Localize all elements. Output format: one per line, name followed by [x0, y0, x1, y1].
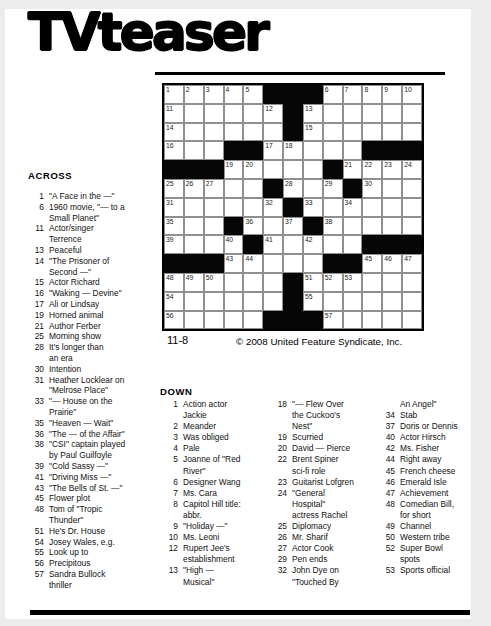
grid-cell[interactable]: 22: [362, 160, 382, 179]
cell-number: 20: [245, 161, 253, 169]
grid-cell[interactable]: [343, 104, 363, 123]
grid-cell[interactable]: 57: [323, 311, 343, 330]
grid-cell[interactable]: [243, 311, 263, 330]
grid-cell[interactable]: [263, 160, 283, 179]
grid-cell[interactable]: 56: [164, 311, 184, 330]
cell-number: 55: [305, 293, 313, 301]
grid-cell[interactable]: [402, 311, 422, 330]
black-cell: [362, 141, 382, 160]
grid-cell[interactable]: [343, 311, 363, 330]
clue-number: 23: [267, 477, 287, 488]
grid-cell[interactable]: 19: [224, 160, 244, 179]
grid-cell[interactable]: 12: [263, 104, 283, 123]
clue-number: 19: [28, 310, 44, 321]
grid-cell[interactable]: 37: [283, 217, 303, 236]
grid-cell[interactable]: 8: [362, 85, 382, 104]
grid-cell[interactable]: [224, 123, 244, 142]
grid-cell[interactable]: [283, 235, 303, 254]
clue-text: "Waking — Devine": [49, 288, 122, 299]
grid-cell[interactable]: 2: [184, 85, 204, 104]
clue-text: Ms. Fisher: [400, 443, 439, 454]
grid-cell[interactable]: [283, 160, 303, 179]
clue-item: 20David — Pierce: [267, 443, 377, 454]
cell-number: 9: [384, 86, 388, 94]
grid-cell[interactable]: [402, 217, 422, 236]
clue-number: 5: [163, 454, 178, 465]
grid-cell[interactable]: 51: [303, 273, 323, 292]
grid-cell[interactable]: 17: [263, 141, 283, 160]
clue-item: 7Ms. Cara: [163, 488, 275, 499]
clue-text: Actor Richard: [49, 277, 100, 288]
grid-cell[interactable]: 35: [164, 217, 184, 236]
grid-cell[interactable]: [184, 104, 204, 123]
grid-cell[interactable]: [343, 235, 363, 254]
grid-cell[interactable]: 3: [204, 85, 224, 104]
grid-cell[interactable]: 21: [343, 160, 363, 179]
clue-text: Author Ferber: [49, 321, 101, 332]
clue-item: 17Ali or Lindsay: [28, 299, 156, 310]
grid-cell[interactable]: 29: [323, 179, 343, 198]
grid-cell[interactable]: [243, 292, 263, 311]
clue-item: 30Intention: [28, 364, 156, 375]
grid-cell[interactable]: [243, 273, 263, 292]
grid-cell[interactable]: [204, 141, 224, 160]
clue-number: 45: [375, 466, 395, 477]
cell-number: 36: [245, 218, 253, 226]
clue-number: 35: [28, 418, 44, 429]
grid-cell[interactable]: 40: [224, 235, 244, 254]
cell-number: 33: [305, 199, 313, 207]
grid-cell[interactable]: 33: [303, 198, 323, 217]
clue-item: 46Emerald Isle: [375, 477, 479, 488]
clue-text: French cheese: [400, 466, 455, 477]
cell-number: 57: [325, 312, 333, 320]
cell-number: 10: [404, 86, 412, 94]
cell-number: 48: [166, 274, 174, 282]
grid-cell[interactable]: 1: [164, 85, 184, 104]
grid-cell[interactable]: 32: [263, 198, 283, 217]
grid-cell[interactable]: [382, 292, 402, 311]
grid-cell[interactable]: [263, 123, 283, 142]
clue-number: 42: [375, 443, 395, 454]
grid-cell[interactable]: [243, 104, 263, 123]
clue-text: Joanne of "Red River": [183, 454, 240, 476]
grid-cell[interactable]: 46: [382, 254, 402, 273]
grid-cell[interactable]: [382, 198, 402, 217]
grid-cell[interactable]: [382, 217, 402, 236]
cell-number: 49: [186, 274, 194, 282]
clue-item: 39"Cold Sassy —": [28, 461, 156, 472]
across-clue-list: 1"A Face in the —"61960 movie, "— to a S…: [28, 191, 156, 590]
grid-cell[interactable]: [204, 311, 224, 330]
grid-cell[interactable]: [283, 254, 303, 273]
grid-cell[interactable]: [382, 273, 402, 292]
grid-cell[interactable]: [204, 123, 224, 142]
grid-cell[interactable]: [382, 311, 402, 330]
cell-number: 15: [305, 124, 313, 132]
grid-cell[interactable]: [402, 104, 422, 123]
puzzle-code: 11-8: [167, 334, 188, 346]
grid-cell[interactable]: [303, 179, 323, 198]
clue-text: Pen ends: [292, 554, 327, 565]
grid-cell[interactable]: [362, 198, 382, 217]
cell-number: 46: [384, 255, 392, 263]
clue-item: 48Comedian Bill, for short: [375, 499, 479, 521]
clue-item: 13Peaceful: [28, 245, 156, 256]
grid-cell[interactable]: 38: [323, 217, 343, 236]
grid-cell[interactable]: 13: [303, 104, 323, 123]
clue-number: 18: [267, 399, 287, 410]
grid-cell[interactable]: [224, 104, 244, 123]
clue-number: 6: [163, 477, 178, 488]
clue-text: Action actor Jackie: [183, 399, 227, 421]
clue-number: 40: [375, 432, 395, 443]
clue-text: "The Bells of St. —": [49, 483, 122, 494]
grid-cell[interactable]: 50: [204, 273, 224, 292]
clue-text: "— House on the Prairie": [49, 396, 113, 418]
cell-number: 34: [345, 199, 353, 207]
grid-cell[interactable]: [184, 123, 204, 142]
clue-item: 50Western tribe: [375, 532, 479, 543]
clue-item: 45Flower plot: [28, 493, 156, 504]
clue-item: 45French cheese: [375, 466, 479, 477]
grid-cell[interactable]: 43: [224, 254, 244, 273]
clue-number: 55: [28, 547, 44, 558]
clue-item: 26Mr. Sharif: [267, 532, 377, 543]
grid-cell[interactable]: 20: [243, 160, 263, 179]
clue-text: "CSI" captain played by Paul Guilfoyle: [49, 439, 125, 461]
clue-item: 35"Heaven — Wait": [28, 418, 156, 429]
clue-number: 14: [28, 256, 44, 267]
black-cell: [283, 292, 303, 311]
grid-cell[interactable]: [184, 141, 204, 160]
clue-item: 36"The — of the Affair": [28, 429, 156, 440]
black-cell: [323, 160, 343, 179]
clue-text: Flower plot: [49, 493, 90, 504]
clue-item: 61960 movie, "— to a Small Planet": [28, 202, 156, 224]
grid-cell[interactable]: 49: [184, 273, 204, 292]
grid-cell[interactable]: [303, 141, 323, 160]
clue-text: Look up to: [49, 547, 88, 558]
clue-item: 25Diplomacy: [267, 521, 377, 532]
grid-cell[interactable]: [382, 104, 402, 123]
grid-cell[interactable]: [263, 292, 283, 311]
clue-item: 54Josey Wales, e.g.: [28, 537, 156, 548]
grid-cell[interactable]: [224, 292, 244, 311]
black-cell: [283, 123, 303, 142]
grid-cell[interactable]: 18: [283, 141, 303, 160]
grid-cell[interactable]: [362, 311, 382, 330]
clue-number: 34: [375, 410, 395, 421]
grid-cell[interactable]: 45: [362, 254, 382, 273]
grid-cell[interactable]: [204, 198, 224, 217]
grid-cell[interactable]: 48: [164, 273, 184, 292]
grid-cell[interactable]: [323, 198, 343, 217]
clue-item: 41"Driving Miss —": [28, 472, 156, 483]
clue-item: 37Doris or Dennis: [375, 421, 479, 432]
grid-cell[interactable]: 44: [243, 254, 263, 273]
grid-cell[interactable]: [323, 141, 343, 160]
clue-item: 53Sports official: [375, 565, 479, 576]
clue-item: 44Right away: [375, 454, 479, 465]
grid-cell[interactable]: [362, 292, 382, 311]
grid-cell[interactable]: 26: [184, 179, 204, 198]
grid-cell[interactable]: [323, 123, 343, 142]
clue-item: 3Was obliged: [163, 432, 275, 443]
cell-number: 26: [186, 180, 194, 188]
grid-cell[interactable]: [402, 273, 422, 292]
black-cell: [184, 160, 204, 179]
clue-number: 1: [28, 191, 44, 202]
clue-item: 1"A Face in the —": [28, 191, 156, 202]
black-cell: [263, 85, 283, 104]
clue-number: 57: [28, 569, 44, 580]
grid-cell[interactable]: 25: [164, 179, 184, 198]
cell-number: 13: [305, 105, 313, 113]
grid-cell[interactable]: [343, 217, 363, 236]
cell-number: 22: [364, 161, 372, 169]
clue-text: Mr. Sharif: [292, 532, 328, 543]
cell-number: 12: [265, 105, 273, 113]
cell-number: 28: [285, 180, 293, 188]
clue-text: Pale: [183, 443, 200, 454]
grid-cell[interactable]: 41: [263, 235, 283, 254]
clue-number: 19: [267, 432, 287, 443]
cell-number: 19: [226, 161, 234, 169]
grid-cell[interactable]: [224, 179, 244, 198]
clue-text: An Angel": [400, 399, 437, 410]
grid-cell[interactable]: 52: [323, 273, 343, 292]
grid-cell[interactable]: [323, 235, 343, 254]
clue-number: 10: [163, 532, 178, 543]
clue-item: 49Channel: [375, 521, 479, 532]
black-cell: [283, 198, 303, 217]
grid-cell[interactable]: [263, 273, 283, 292]
grid-cell[interactable]: [243, 179, 263, 198]
clue-item: 8Capitol Hill title: abbr.: [163, 499, 275, 521]
grid-cell[interactable]: [184, 311, 204, 330]
clue-number: 29: [267, 554, 287, 565]
cell-number: 50: [206, 274, 214, 282]
black-cell: [283, 273, 303, 292]
grid-cell[interactable]: [263, 254, 283, 273]
clue-number: 25: [28, 331, 44, 342]
grid-cell[interactable]: 16: [164, 141, 184, 160]
clue-number: 7: [163, 488, 178, 499]
clue-item: 2Meander: [163, 421, 275, 432]
grid-cell[interactable]: 24: [402, 160, 422, 179]
clue-number: 13: [163, 565, 178, 576]
grid-cell[interactable]: 31: [164, 198, 184, 217]
cell-number: 31: [166, 199, 174, 207]
clue-text: He's Dr. House: [49, 526, 105, 537]
clue-number: 11: [28, 223, 44, 234]
cell-number: 51: [305, 274, 313, 282]
grid-cell[interactable]: 39: [164, 235, 184, 254]
grid-cell[interactable]: [402, 292, 422, 311]
clue-item: 34Stab: [375, 410, 479, 421]
clue-text: "General Hospital" actress Rachel: [292, 488, 347, 521]
grid-cell[interactable]: [224, 311, 244, 330]
cell-number: 8: [364, 86, 368, 94]
clue-item: 19Scurried: [267, 432, 377, 443]
black-cell: [263, 311, 283, 330]
clue-number: 20: [267, 443, 287, 454]
cell-number: 11: [166, 105, 173, 113]
clue-text: "The — of the Affair": [49, 429, 125, 440]
clue-number: 43: [28, 483, 44, 494]
cell-number: 30: [364, 180, 372, 188]
clue-item: 9"Holiday —": [163, 521, 275, 532]
clue-text: Designer Wang: [183, 477, 240, 488]
clue-text: "A Face in the —": [49, 191, 115, 202]
grid-cell[interactable]: [263, 217, 283, 236]
grid-cell[interactable]: [402, 198, 422, 217]
grid-cell[interactable]: 23: [382, 160, 402, 179]
grid-cell[interactable]: [303, 254, 323, 273]
clue-item: 16"Waking — Devine": [28, 288, 156, 299]
clue-text: Intention: [49, 364, 81, 375]
grid-cell[interactable]: 14: [164, 123, 184, 142]
grid-cell[interactable]: 4: [224, 85, 244, 104]
clue-number: 15: [28, 277, 44, 288]
grid-cell[interactable]: [362, 217, 382, 236]
black-cell: [382, 141, 402, 160]
grid-cell[interactable]: 54: [164, 292, 184, 311]
clue-number: 48: [28, 504, 44, 515]
black-cell: [362, 235, 382, 254]
grid-cell[interactable]: [323, 104, 343, 123]
clue-text: Sports official: [400, 565, 450, 576]
grid-cell[interactable]: 15: [303, 123, 323, 142]
black-cell: [263, 179, 283, 198]
black-cell: [303, 217, 323, 236]
grid-cell[interactable]: 34: [343, 198, 363, 217]
cell-number: 4: [226, 86, 230, 94]
clue-number: 2: [163, 421, 178, 432]
grid-cell[interactable]: 7: [343, 85, 363, 104]
clue-text: David — Pierce: [292, 443, 350, 454]
clue-number: 1: [163, 399, 178, 410]
grid-cell[interactable]: 6: [323, 85, 343, 104]
black-cell: [343, 254, 363, 273]
cell-number: 6: [325, 86, 329, 94]
down-clue-column-2: 18"— Flew Over the Cuckoo's Nest"19Scurr…: [267, 399, 377, 588]
black-cell: [204, 160, 224, 179]
cell-number: 1: [166, 86, 170, 94]
grid-cell[interactable]: 53: [343, 273, 363, 292]
grid-cell[interactable]: [184, 235, 204, 254]
black-cell: [283, 85, 303, 104]
clue-text: Guitarist Lofgren: [292, 477, 354, 488]
clue-item: 31Heather Locklear on "Melrose Place": [28, 375, 156, 397]
clue-item: 29Pen ends: [267, 554, 377, 565]
clue-text: Diplomacy: [292, 521, 331, 532]
clue-item: 22Brent Spiner sci-fi role: [267, 454, 377, 476]
black-cell: [323, 254, 343, 273]
grid-cell[interactable]: [224, 273, 244, 292]
grid-cell[interactable]: [362, 104, 382, 123]
grid-cell[interactable]: [323, 292, 343, 311]
grid-cell[interactable]: 27: [204, 179, 224, 198]
cell-number: 45: [364, 255, 372, 263]
clue-number: 36: [28, 429, 44, 440]
clue-number: 31: [28, 375, 44, 386]
grid-cell[interactable]: [343, 123, 363, 142]
clue-item: 10Ms. Leoni: [163, 532, 275, 543]
grid-cell[interactable]: 5: [243, 85, 263, 104]
puzzle-logo: TVteaser: [28, 2, 267, 62]
grid-cell[interactable]: [184, 292, 204, 311]
clue-number: 6: [28, 202, 44, 213]
cell-number: 24: [404, 161, 412, 169]
grid-cell[interactable]: [204, 292, 224, 311]
clue-text: Tom of "Tropic Thunder": [49, 504, 102, 526]
grid-cell[interactable]: [343, 141, 363, 160]
cell-number: 29: [325, 180, 333, 188]
grid-cell[interactable]: [243, 123, 263, 142]
cell-number: 38: [325, 218, 333, 226]
cell-number: 56: [166, 312, 174, 320]
cell-number: 18: [285, 142, 293, 150]
grid-cell[interactable]: [402, 123, 422, 142]
grid-cell[interactable]: 10: [402, 85, 422, 104]
grid-cell[interactable]: [204, 104, 224, 123]
grid-cell[interactable]: 30: [362, 179, 382, 198]
clue-item: 56Precipitous: [28, 558, 156, 569]
clue-text: Comedian Bill, for short: [400, 499, 454, 521]
grid-cell[interactable]: 28: [283, 179, 303, 198]
grid-cell[interactable]: 55: [303, 292, 323, 311]
grid-cell[interactable]: [382, 123, 402, 142]
grid-cell[interactable]: [362, 273, 382, 292]
grid-cell[interactable]: [204, 217, 224, 236]
clue-text: Morning show: [49, 331, 101, 342]
clue-item: 1Action actor Jackie: [163, 399, 275, 421]
clue-number: 24: [267, 488, 287, 499]
grid-cell[interactable]: 42: [303, 235, 323, 254]
grid-cell[interactable]: [184, 217, 204, 236]
clue-number: 3: [163, 432, 178, 443]
grid-cell[interactable]: [402, 179, 422, 198]
clue-number: 4: [163, 443, 178, 454]
clue-number: 8: [163, 499, 178, 510]
grid-cell[interactable]: [184, 198, 204, 217]
clue-item: 48Tom of "Tropic Thunder": [28, 504, 156, 526]
grid-cell[interactable]: 47: [402, 254, 422, 273]
clue-text: "Heaven — Wait": [49, 418, 113, 429]
grid-cell[interactable]: [243, 198, 263, 217]
clue-number: 48: [375, 499, 395, 510]
grid-cell[interactable]: 36: [243, 217, 263, 236]
clue-number: 27: [267, 543, 287, 554]
grid-cell[interactable]: 9: [382, 85, 402, 104]
clue-number: 21: [28, 321, 44, 332]
grid-cell[interactable]: [343, 292, 363, 311]
grid-cell[interactable]: [204, 235, 224, 254]
grid-cell[interactable]: [224, 198, 244, 217]
grid-cell[interactable]: [303, 160, 323, 179]
grid-cell[interactable]: 11: [164, 104, 184, 123]
clue-text: Super Bowl spots: [400, 543, 443, 565]
cell-number: 37: [285, 218, 293, 226]
grid-cell[interactable]: [362, 123, 382, 142]
clue-item: 24"General Hospital" actress Rachel: [267, 488, 377, 521]
clue-text: Ms. Leoni: [183, 532, 219, 543]
cell-number: 35: [166, 218, 174, 226]
crossword-grid: 1234567891011121314151617181920212223242…: [162, 83, 424, 331]
grid-cell[interactable]: [382, 179, 402, 198]
